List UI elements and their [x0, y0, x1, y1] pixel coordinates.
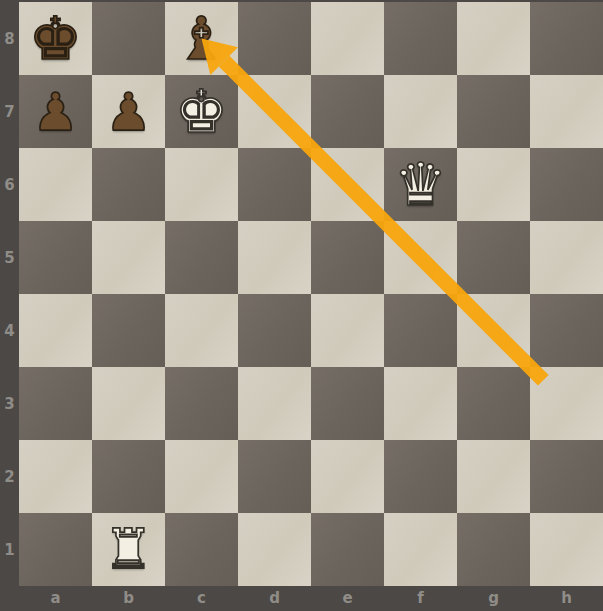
square-g7[interactable]	[457, 75, 530, 148]
chess-board-frame: ♚♝♟♟♚♛♜ 87654321 abcdefgh	[0, 0, 603, 611]
square-c2[interactable]	[165, 440, 238, 513]
square-d3[interactable]	[238, 367, 311, 440]
square-a3[interactable]	[19, 367, 92, 440]
square-d6[interactable]	[238, 148, 311, 221]
square-h2[interactable]	[530, 440, 603, 513]
file-label-d: d	[238, 589, 311, 607]
square-c4[interactable]	[165, 294, 238, 367]
square-d2[interactable]	[238, 440, 311, 513]
rank-label-5: 5	[0, 249, 19, 267]
square-b2[interactable]	[92, 440, 165, 513]
square-g4[interactable]	[457, 294, 530, 367]
square-d1[interactable]	[238, 513, 311, 586]
rank-label-1: 1	[0, 541, 19, 559]
square-g6[interactable]	[457, 148, 530, 221]
square-b3[interactable]	[92, 367, 165, 440]
board: ♚♝♟♟♚♛♜	[19, 2, 603, 586]
piece-white-rook-b1[interactable]: ♜	[92, 513, 165, 586]
piece-white-queen-f6[interactable]: ♛	[384, 148, 457, 221]
square-a1[interactable]	[19, 513, 92, 586]
piece-black-pawn-b7[interactable]: ♟	[92, 75, 165, 148]
square-f8[interactable]	[384, 2, 457, 75]
file-label-e: e	[311, 589, 384, 607]
square-g3[interactable]	[457, 367, 530, 440]
square-e2[interactable]	[311, 440, 384, 513]
square-d7[interactable]	[238, 75, 311, 148]
square-g1[interactable]	[457, 513, 530, 586]
piece-black-king-a8[interactable]: ♚	[19, 2, 92, 75]
square-h4[interactable]	[530, 294, 603, 367]
square-g5[interactable]	[457, 221, 530, 294]
square-a4[interactable]	[19, 294, 92, 367]
rank-label-7: 7	[0, 103, 19, 121]
piece-white-king-c7[interactable]: ♚	[165, 75, 238, 148]
square-b6[interactable]	[92, 148, 165, 221]
piece-black-bishop-c8[interactable]: ♝	[165, 2, 238, 75]
file-label-b: b	[92, 589, 165, 607]
square-f1[interactable]	[384, 513, 457, 586]
square-e7[interactable]	[311, 75, 384, 148]
piece-black-pawn-a7[interactable]: ♟	[19, 75, 92, 148]
square-e1[interactable]	[311, 513, 384, 586]
square-h7[interactable]	[530, 75, 603, 148]
square-a6[interactable]	[19, 148, 92, 221]
square-d5[interactable]	[238, 221, 311, 294]
rank-label-8: 8	[0, 30, 19, 48]
square-h5[interactable]	[530, 221, 603, 294]
square-c6[interactable]	[165, 148, 238, 221]
square-h3[interactable]	[530, 367, 603, 440]
square-d8[interactable]	[238, 2, 311, 75]
square-e3[interactable]	[311, 367, 384, 440]
square-c5[interactable]	[165, 221, 238, 294]
square-a2[interactable]	[19, 440, 92, 513]
square-h8[interactable]	[530, 2, 603, 75]
square-f7[interactable]	[384, 75, 457, 148]
square-d4[interactable]	[238, 294, 311, 367]
square-f2[interactable]	[384, 440, 457, 513]
square-a5[interactable]	[19, 221, 92, 294]
square-e5[interactable]	[311, 221, 384, 294]
square-c3[interactable]	[165, 367, 238, 440]
square-e4[interactable]	[311, 294, 384, 367]
square-f3[interactable]	[384, 367, 457, 440]
square-g8[interactable]	[457, 2, 530, 75]
file-label-c: c	[165, 589, 238, 607]
square-g2[interactable]	[457, 440, 530, 513]
square-f5[interactable]	[384, 221, 457, 294]
square-e6[interactable]	[311, 148, 384, 221]
rank-label-2: 2	[0, 468, 19, 486]
file-label-f: f	[384, 589, 457, 607]
rank-label-4: 4	[0, 322, 19, 340]
file-label-h: h	[530, 589, 603, 607]
square-b5[interactable]	[92, 221, 165, 294]
square-c1[interactable]	[165, 513, 238, 586]
square-b8[interactable]	[92, 2, 165, 75]
square-h6[interactable]	[530, 148, 603, 221]
file-label-a: a	[19, 589, 92, 607]
rank-label-3: 3	[0, 395, 19, 413]
square-e8[interactable]	[311, 2, 384, 75]
square-b4[interactable]	[92, 294, 165, 367]
file-label-g: g	[457, 589, 530, 607]
square-f4[interactable]	[384, 294, 457, 367]
rank-label-6: 6	[0, 176, 19, 194]
square-h1[interactable]	[530, 513, 603, 586]
